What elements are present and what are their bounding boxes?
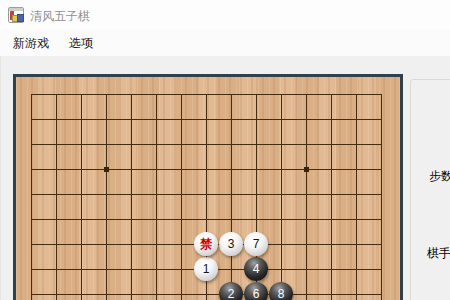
stone-move-number: 6: [253, 288, 260, 300]
stone-move-number: 7: [253, 238, 260, 250]
gomoku-app-window: 清风五子棋 新游戏 选项 1234678禁 步数 棋手: [0, 0, 450, 300]
stone-move-number: 8: [278, 288, 285, 300]
app-icon[interactable]: [8, 7, 24, 23]
title-bar[interactable]: 清风五子棋: [0, 0, 450, 30]
stone-white-3: 3: [219, 232, 243, 256]
stone-move-number: 3: [228, 238, 235, 250]
moves-count-label: 步数: [429, 168, 450, 185]
app-icon-blue-block: [17, 14, 24, 22]
grid-line-horizontal-1: [31, 119, 382, 120]
star-point: [304, 167, 309, 172]
grid-line-horizontal-4: [31, 194, 382, 195]
stone-move-number: 1: [203, 263, 210, 275]
star-point: [104, 167, 109, 172]
menu-item-options[interactable]: 选项: [59, 32, 103, 54]
stone-black-6: 6: [244, 282, 268, 300]
player-label: 棋手: [427, 245, 450, 262]
forbidden-point-marker: 禁: [194, 232, 218, 256]
side-panel-groupbox: [410, 79, 450, 300]
grid-line-horizontal-0: [31, 94, 382, 95]
window-title: 清风五子棋: [30, 8, 90, 25]
grid-line-horizontal-3: [31, 169, 382, 170]
stone-white-1: 1: [194, 257, 218, 281]
stone-move-number: 4: [253, 263, 260, 275]
menu-item-new-game[interactable]: 新游戏: [3, 32, 59, 54]
grid-line-horizontal-8: [31, 294, 382, 295]
stone-black-4: 4: [244, 257, 268, 281]
forbidden-marker-text: 禁: [200, 238, 212, 250]
stone-black-2: 2: [219, 282, 243, 300]
grid-line-horizontal-5: [31, 219, 382, 220]
stone-white-7: 7: [244, 232, 268, 256]
menu-bar: 新游戏 选项: [0, 30, 450, 56]
stone-black-8: 8: [269, 282, 293, 300]
stone-move-number: 2: [228, 288, 235, 300]
board[interactable]: 1234678禁: [13, 74, 403, 300]
grid-line-horizontal-2: [31, 144, 382, 145]
